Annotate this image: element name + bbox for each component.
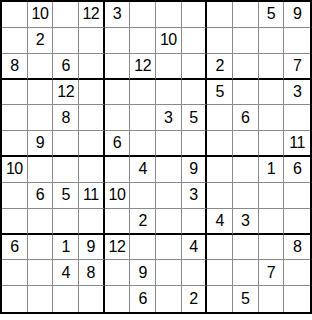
cell-r8c8[interactable]: 3	[182, 183, 208, 209]
cell-r6c1[interactable]	[2, 131, 28, 157]
cell-r7c5[interactable]	[105, 157, 131, 183]
cell-r4c2[interactable]	[28, 80, 54, 106]
cell-r3c10[interactable]	[233, 54, 259, 80]
cell-r2c3[interactable]	[53, 28, 79, 54]
cell-r6c10[interactable]	[233, 131, 259, 157]
cell-r11c9[interactable]	[207, 260, 233, 286]
cell-r3c5[interactable]	[105, 54, 131, 80]
cell-r12c4[interactable]	[79, 286, 105, 312]
cell-r5c8[interactable]: 5	[182, 105, 208, 131]
cell-r8c10[interactable]	[233, 183, 259, 209]
cell-r1c11[interactable]: 5	[259, 2, 285, 28]
cell-r7c2[interactable]	[28, 157, 54, 183]
cell-r1c5[interactable]: 3	[105, 2, 131, 28]
cell-r1c9[interactable]	[207, 2, 233, 28]
cell-r11c3[interactable]: 4	[53, 260, 79, 286]
cell-r9c6[interactable]: 2	[130, 209, 156, 235]
cell-r6c5[interactable]: 6	[105, 131, 131, 157]
cell-r11c6[interactable]: 9	[130, 260, 156, 286]
cell-r8c2[interactable]: 6	[28, 183, 54, 209]
cell-r12c10[interactable]: 5	[233, 286, 259, 312]
cell-r7c8[interactable]: 9	[182, 157, 208, 183]
cell-r9c2[interactable]	[28, 209, 54, 235]
cell-r11c1[interactable]	[2, 260, 28, 286]
cell-r3c12[interactable]: 7	[284, 54, 310, 80]
cell-r8c5[interactable]: 10	[105, 183, 131, 209]
cell-r10c2[interactable]	[28, 235, 54, 261]
sudoku-board: 1012359210861227125383569611104916651110…	[0, 0, 312, 314]
cell-r5c2[interactable]	[28, 105, 54, 131]
cell-r8c1[interactable]	[2, 183, 28, 209]
cell-r3c4[interactable]	[79, 54, 105, 80]
cell-r6c9[interactable]	[207, 131, 233, 157]
cell-r12c7[interactable]	[156, 286, 182, 312]
cell-r2c11[interactable]	[259, 28, 285, 54]
cell-r12c2[interactable]	[28, 286, 54, 312]
cell-r1c2[interactable]: 10	[28, 2, 54, 28]
cell-r11c10[interactable]	[233, 260, 259, 286]
cell-r4c6[interactable]	[130, 80, 156, 106]
cell-r10c10[interactable]	[233, 235, 259, 261]
cell-r7c12[interactable]: 6	[284, 157, 310, 183]
cell-r2c8[interactable]	[182, 28, 208, 54]
cell-r12c3[interactable]	[53, 286, 79, 312]
cell-r10c1[interactable]: 6	[2, 235, 28, 261]
cell-r12c9[interactable]	[207, 286, 233, 312]
cell-r5c7[interactable]: 3	[156, 105, 182, 131]
cell-r9c4[interactable]	[79, 209, 105, 235]
cell-r1c6[interactable]	[130, 2, 156, 28]
cell-r5c3[interactable]: 8	[53, 105, 79, 131]
cell-r4c12[interactable]: 3	[284, 80, 310, 106]
cell-r6c7[interactable]	[156, 131, 182, 157]
cell-r8c9[interactable]	[207, 183, 233, 209]
cell-r4c4[interactable]	[79, 80, 105, 106]
cell-r7c10[interactable]	[233, 157, 259, 183]
cell-r9c10[interactable]: 3	[233, 209, 259, 235]
cell-r11c4[interactable]: 8	[79, 260, 105, 286]
cell-r3c6[interactable]: 12	[130, 54, 156, 80]
cell-r8c6[interactable]	[130, 183, 156, 209]
cell-r11c12[interactable]	[284, 260, 310, 286]
cell-r12c5[interactable]	[105, 286, 131, 312]
cell-r2c1[interactable]	[2, 28, 28, 54]
cell-r6c6[interactable]	[130, 131, 156, 157]
cell-r5c10[interactable]: 6	[233, 105, 259, 131]
cell-r2c4[interactable]	[79, 28, 105, 54]
cell-r2c2[interactable]: 2	[28, 28, 54, 54]
cell-r7c11[interactable]: 1	[259, 157, 285, 183]
cell-r3c3[interactable]: 6	[53, 54, 79, 80]
cell-r3c2[interactable]	[28, 54, 54, 80]
cell-r10c3[interactable]: 1	[53, 235, 79, 261]
cell-r12c8[interactable]: 2	[182, 286, 208, 312]
cell-r6c12[interactable]: 11	[284, 131, 310, 157]
cell-r10c9[interactable]	[207, 235, 233, 261]
cell-r4c8[interactable]	[182, 80, 208, 106]
cell-r8c3[interactable]: 5	[53, 183, 79, 209]
cell-r5c1[interactable]	[2, 105, 28, 131]
cell-r7c4[interactable]	[79, 157, 105, 183]
cell-r6c11[interactable]	[259, 131, 285, 157]
cell-r11c11[interactable]: 7	[259, 260, 285, 286]
cell-r6c8[interactable]	[182, 131, 208, 157]
cell-r11c8[interactable]	[182, 260, 208, 286]
cell-r4c3[interactable]: 12	[53, 80, 79, 106]
cell-r4c1[interactable]	[2, 80, 28, 106]
cell-r1c8[interactable]	[182, 2, 208, 28]
cell-r12c6[interactable]: 6	[130, 286, 156, 312]
cell-r11c5[interactable]	[105, 260, 131, 286]
cell-r3c9[interactable]: 2	[207, 54, 233, 80]
cell-r8c12[interactable]	[284, 183, 310, 209]
cell-r9c7[interactable]	[156, 209, 182, 235]
cell-r7c7[interactable]	[156, 157, 182, 183]
cell-r8c7[interactable]	[156, 183, 182, 209]
cell-r12c12[interactable]	[284, 286, 310, 312]
cell-r8c11[interactable]	[259, 183, 285, 209]
cell-r10c6[interactable]	[130, 235, 156, 261]
cell-r1c12[interactable]: 9	[284, 2, 310, 28]
cell-r4c11[interactable]	[259, 80, 285, 106]
cell-r5c4[interactable]	[79, 105, 105, 131]
cell-r2c5[interactable]	[105, 28, 131, 54]
cell-r6c2[interactable]: 9	[28, 131, 54, 157]
cell-r3c1[interactable]: 8	[2, 54, 28, 80]
cell-r7c1[interactable]: 10	[2, 157, 28, 183]
cell-r12c1[interactable]	[2, 286, 28, 312]
cell-r2c12[interactable]	[284, 28, 310, 54]
cell-r4c7[interactable]	[156, 80, 182, 106]
cell-r4c5[interactable]	[105, 80, 131, 106]
cell-r9c11[interactable]	[259, 209, 285, 235]
cell-r9c12[interactable]	[284, 209, 310, 235]
cell-r9c9[interactable]: 4	[207, 209, 233, 235]
cell-r6c3[interactable]	[53, 131, 79, 157]
cell-r10c5[interactable]: 12	[105, 235, 131, 261]
cell-r6c4[interactable]	[79, 131, 105, 157]
cell-r10c8[interactable]: 4	[182, 235, 208, 261]
cell-r7c9[interactable]	[207, 157, 233, 183]
cell-r8c4[interactable]: 11	[79, 183, 105, 209]
cell-r5c11[interactable]	[259, 105, 285, 131]
cell-r7c3[interactable]	[53, 157, 79, 183]
cell-r5c5[interactable]	[105, 105, 131, 131]
cell-r9c1[interactable]	[2, 209, 28, 235]
cell-r7c6[interactable]: 4	[130, 157, 156, 183]
cell-r10c12[interactable]: 8	[284, 235, 310, 261]
cell-r4c10[interactable]	[233, 80, 259, 106]
cell-r4c9[interactable]: 5	[207, 80, 233, 106]
cell-r9c8[interactable]	[182, 209, 208, 235]
cell-r1c7[interactable]	[156, 2, 182, 28]
cell-r5c12[interactable]	[284, 105, 310, 131]
cell-r5c6[interactable]	[130, 105, 156, 131]
cell-r1c3[interactable]	[53, 2, 79, 28]
cell-r2c6[interactable]	[130, 28, 156, 54]
cell-r10c4[interactable]: 9	[79, 235, 105, 261]
cell-r12c11[interactable]	[259, 286, 285, 312]
cell-r3c11[interactable]	[259, 54, 285, 80]
cell-r3c7[interactable]	[156, 54, 182, 80]
cell-r5c9[interactable]	[207, 105, 233, 131]
cell-r2c9[interactable]	[207, 28, 233, 54]
cell-r2c7[interactable]: 10	[156, 28, 182, 54]
cell-r1c4[interactable]: 12	[79, 2, 105, 28]
cell-r2c10[interactable]	[233, 28, 259, 54]
cell-r1c1[interactable]	[2, 2, 28, 28]
cell-r10c7[interactable]	[156, 235, 182, 261]
cell-r9c5[interactable]	[105, 209, 131, 235]
cell-r11c2[interactable]	[28, 260, 54, 286]
cell-r9c3[interactable]	[53, 209, 79, 235]
cell-r11c7[interactable]	[156, 260, 182, 286]
cell-r10c11[interactable]	[259, 235, 285, 261]
cell-r1c10[interactable]	[233, 2, 259, 28]
cell-r3c8[interactable]	[182, 54, 208, 80]
